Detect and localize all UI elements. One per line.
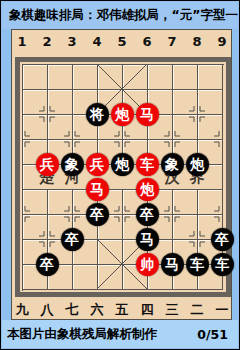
rank-number-bottom: 四 — [135, 301, 159, 319]
board-cell — [98, 65, 123, 90]
board-cell — [23, 215, 48, 240]
file-number-top: 8 — [185, 34, 209, 49]
board-cell — [173, 115, 198, 140]
rank-number-bottom: 八 — [35, 301, 59, 319]
board-cell — [23, 190, 48, 215]
piece-black-elephant: 象 — [61, 153, 84, 176]
piece-red-cannon: 炮 — [136, 178, 159, 201]
board-cell — [123, 65, 148, 90]
board-cell — [23, 90, 48, 115]
piece-red-cannon: 炮 — [111, 103, 134, 126]
board-cell — [73, 65, 98, 90]
board-cell — [148, 65, 173, 90]
board-cell — [198, 65, 223, 90]
status-bar: 本图片由象棋残局解析制作 0/51 — [2, 320, 238, 348]
piece-black-elephant: 象 — [161, 153, 184, 176]
app-window: 象棋趣味排局：邓伟雄拟局，“元”字型一 123456789 九八七六五四三二一 … — [0, 0, 240, 350]
piece-black-soldier: 卒 — [61, 228, 84, 251]
piece-black-soldier: 卒 — [211, 228, 234, 251]
piece-black-soldier: 卒 — [36, 253, 59, 276]
piece-red-soldier: 兵 — [86, 153, 109, 176]
board-cell — [48, 65, 73, 90]
rank-number-bottom: 五 — [110, 301, 134, 319]
board-cell — [198, 115, 223, 140]
piece-black-horse: 马 — [136, 228, 159, 251]
piece-black-general: 将 — [86, 103, 109, 126]
board-cell — [48, 190, 73, 215]
board-panel: 123456789 九八七六五四三二一 楚河汉界 将炮马兵象兵炮车象炮马炮卒卒卒… — [11, 29, 232, 320]
file-number-top: 9 — [210, 34, 234, 49]
board-cell — [48, 90, 73, 115]
piece-red-horse: 马 — [86, 178, 109, 201]
rank-number-bottom: 一 — [210, 301, 234, 319]
piece-red-horse: 马 — [136, 103, 159, 126]
credit-text: 本图片由象棋残局解析制作 — [7, 326, 157, 343]
piece-black-soldier: 卒 — [86, 203, 109, 226]
piece-black-horse: 马 — [161, 253, 184, 276]
file-number-top: 2 — [35, 34, 59, 49]
rank-number-bottom: 三 — [160, 301, 184, 319]
rank-number-bottom: 九 — [10, 301, 34, 319]
board-cell — [173, 65, 198, 90]
file-number-top: 7 — [160, 34, 184, 49]
rank-number-bottom: 七 — [60, 301, 84, 319]
file-number-top: 1 — [10, 34, 34, 49]
piece-black-soldier: 卒 — [136, 203, 159, 226]
file-number-top: 4 — [85, 34, 109, 49]
rank-number-bottom: 六 — [85, 301, 109, 319]
board-cell — [98, 240, 123, 265]
board-cell — [173, 215, 198, 240]
page-title: 象棋趣味排局：邓伟雄拟局，“元”字型一 — [9, 7, 238, 24]
board-cell — [23, 65, 48, 90]
board-cell — [23, 115, 48, 140]
piece-black-cannon: 炮 — [111, 153, 134, 176]
piece-red-general: 帅 — [136, 253, 159, 276]
file-number-top: 6 — [135, 34, 159, 49]
piece-black-chariot: 车 — [186, 253, 209, 276]
piece-black-cannon: 炮 — [186, 153, 209, 176]
file-number-top: 5 — [110, 34, 134, 49]
board-cell — [48, 115, 73, 140]
title-bar: 象棋趣味排局：邓伟雄拟局，“元”字型一 — [2, 2, 238, 29]
rank-number-bottom: 二 — [185, 301, 209, 319]
board-cell — [198, 190, 223, 215]
piece-black-chariot: 车 — [211, 253, 234, 276]
board-cell — [73, 265, 98, 290]
counter: 0/51 — [197, 327, 228, 342]
piece-red-chariot: 车 — [136, 153, 159, 176]
board-cell — [198, 90, 223, 115]
board-cell — [98, 265, 123, 290]
file-number-top: 3 — [60, 34, 84, 49]
board-cell — [173, 90, 198, 115]
piece-red-soldier: 兵 — [36, 153, 59, 176]
board-cell — [173, 190, 198, 215]
